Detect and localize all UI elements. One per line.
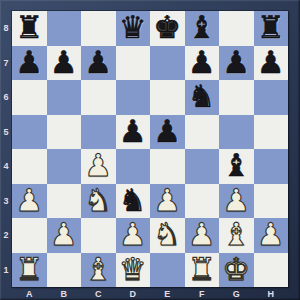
square-h8[interactable]: ♜: [254, 11, 289, 46]
piece-white-rook-f1[interactable]: ♜: [188, 253, 216, 287]
rank-label-1: 1: [0, 253, 12, 288]
square-h5[interactable]: [254, 115, 289, 150]
square-f6[interactable]: ♞: [185, 80, 220, 115]
piece-white-knight-c3[interactable]: ♞: [84, 184, 112, 218]
square-b8[interactable]: [47, 11, 82, 46]
square-a3[interactable]: ♟: [12, 184, 47, 219]
square-d7[interactable]: [116, 46, 151, 81]
square-h6[interactable]: [254, 80, 289, 115]
file-label-c: C: [81, 287, 116, 300]
piece-white-pawn-h2[interactable]: ♟: [257, 218, 285, 252]
square-c6[interactable]: [81, 80, 116, 115]
square-c4[interactable]: ♟: [81, 149, 116, 184]
square-g5[interactable]: [219, 115, 254, 150]
piece-black-pawn-g7[interactable]: ♟: [222, 46, 250, 80]
square-f2[interactable]: ♟: [185, 218, 220, 253]
square-g3[interactable]: ♟: [219, 184, 254, 219]
piece-black-pawn-h7[interactable]: ♟: [257, 46, 285, 80]
square-h1[interactable]: [254, 253, 289, 288]
piece-black-pawn-d5[interactable]: ♟: [119, 115, 147, 149]
square-f8[interactable]: ♝: [185, 11, 220, 46]
square-b6[interactable]: [47, 80, 82, 115]
square-c1[interactable]: ♝: [81, 253, 116, 288]
file-label-f: F: [185, 287, 220, 300]
file-label-a: A: [12, 287, 47, 300]
piece-white-knight-e2[interactable]: ♞: [153, 218, 181, 252]
piece-white-queen-d1[interactable]: ♛: [119, 253, 147, 287]
square-e5[interactable]: ♟: [150, 115, 185, 150]
piece-white-pawn-g3[interactable]: ♟: [222, 184, 250, 218]
square-c8[interactable]: [81, 11, 116, 46]
rank-label-2: 2: [0, 218, 12, 253]
file-label-d: D: [116, 287, 151, 300]
piece-black-bishop-f8[interactable]: ♝: [188, 11, 216, 45]
square-f3[interactable]: [185, 184, 220, 219]
rank-label-7: 7: [0, 46, 12, 81]
square-a7[interactable]: ♟: [12, 46, 47, 81]
square-c7[interactable]: ♟: [81, 46, 116, 81]
square-e6[interactable]: [150, 80, 185, 115]
square-b3[interactable]: [47, 184, 82, 219]
chess-board[interactable]: ♜♛♚♝♜♟♟♟♟♟♟♞♟♟♟♝♟♞♞♟♟♟♟♞♟♝♟♜♝♛♜♚: [12, 11, 288, 287]
piece-black-king-e8[interactable]: ♚: [153, 11, 181, 45]
square-f4[interactable]: [185, 149, 220, 184]
square-c3[interactable]: ♞: [81, 184, 116, 219]
square-d1[interactable]: ♛: [116, 253, 151, 288]
piece-white-king-g1[interactable]: ♚: [222, 253, 250, 287]
piece-black-pawn-a7[interactable]: ♟: [15, 46, 43, 80]
piece-black-knight-f6[interactable]: ♞: [188, 80, 216, 114]
piece-white-bishop-g2[interactable]: ♝: [222, 218, 250, 252]
square-h4[interactable]: [254, 149, 289, 184]
square-d2[interactable]: ♟: [116, 218, 151, 253]
square-d5[interactable]: ♟: [116, 115, 151, 150]
square-g2[interactable]: ♝: [219, 218, 254, 253]
piece-white-pawn-c4[interactable]: ♟: [84, 149, 112, 183]
square-d6[interactable]: [116, 80, 151, 115]
piece-white-bishop-c1[interactable]: ♝: [84, 253, 112, 287]
square-e7[interactable]: [150, 46, 185, 81]
rank-label-6: 6: [0, 80, 12, 115]
square-b1[interactable]: [47, 253, 82, 288]
square-e1[interactable]: [150, 253, 185, 288]
square-g4[interactable]: ♝: [219, 149, 254, 184]
square-e4[interactable]: [150, 149, 185, 184]
file-label-b: B: [47, 287, 82, 300]
square-b2[interactable]: ♟: [47, 218, 82, 253]
rank-label-3: 3: [0, 184, 12, 219]
square-b4[interactable]: [47, 149, 82, 184]
square-f1[interactable]: ♜: [185, 253, 220, 288]
square-f7[interactable]: ♟: [185, 46, 220, 81]
square-e2[interactable]: ♞: [150, 218, 185, 253]
square-b5[interactable]: [47, 115, 82, 150]
square-b7[interactable]: ♟: [47, 46, 82, 81]
piece-white-rook-a1[interactable]: ♜: [15, 253, 43, 287]
piece-black-rook-h8[interactable]: ♜: [257, 11, 285, 45]
piece-white-pawn-d2[interactable]: ♟: [119, 218, 147, 252]
rank-label-8: 8: [0, 11, 12, 46]
rank-labels: 87654321: [0, 11, 12, 287]
square-g6[interactable]: [219, 80, 254, 115]
piece-black-pawn-c7[interactable]: ♟: [84, 46, 112, 80]
piece-black-pawn-e5[interactable]: ♟: [153, 115, 181, 149]
square-h3[interactable]: [254, 184, 289, 219]
square-a4[interactable]: [12, 149, 47, 184]
piece-white-pawn-a3[interactable]: ♟: [15, 184, 43, 218]
square-f5[interactable]: [185, 115, 220, 150]
piece-black-rook-a8[interactable]: ♜: [15, 11, 43, 45]
piece-black-bishop-g4[interactable]: ♝: [222, 149, 250, 183]
piece-white-pawn-f2[interactable]: ♟: [188, 218, 216, 252]
square-a8[interactable]: ♜: [12, 11, 47, 46]
chess-diagram: 87654321 ABCDEFGH ♜♛♚♝♜♟♟♟♟♟♟♞♟♟♟♝♟♞♞♟♟♟…: [0, 0, 300, 300]
piece-black-queen-d8[interactable]: ♛: [119, 11, 147, 45]
square-g1[interactable]: ♚: [219, 253, 254, 288]
square-d8[interactable]: ♛: [116, 11, 151, 46]
square-a5[interactable]: [12, 115, 47, 150]
square-a2[interactable]: [12, 218, 47, 253]
square-d4[interactable]: [116, 149, 151, 184]
square-g7[interactable]: ♟: [219, 46, 254, 81]
file-label-h: H: [254, 287, 289, 300]
file-labels: ABCDEFGH: [12, 287, 288, 300]
square-h2[interactable]: ♟: [254, 218, 289, 253]
piece-black-knight-d3[interactable]: ♞: [119, 184, 147, 218]
square-g8[interactable]: [219, 11, 254, 46]
square-h7[interactable]: ♟: [254, 46, 289, 81]
square-a6[interactable]: [12, 80, 47, 115]
piece-black-pawn-b7[interactable]: ♟: [50, 46, 78, 80]
rank-label-5: 5: [0, 115, 12, 150]
piece-white-pawn-b2[interactable]: ♟: [50, 218, 78, 252]
square-c5[interactable]: [81, 115, 116, 150]
piece-black-pawn-f7[interactable]: ♟: [188, 46, 216, 80]
piece-white-pawn-e3[interactable]: ♟: [153, 184, 181, 218]
square-c2[interactable]: [81, 218, 116, 253]
square-d3[interactable]: ♞: [116, 184, 151, 219]
square-e8[interactable]: ♚: [150, 11, 185, 46]
rank-label-4: 4: [0, 149, 12, 184]
square-a1[interactable]: ♜: [12, 253, 47, 288]
file-label-g: G: [219, 287, 254, 300]
square-e3[interactable]: ♟: [150, 184, 185, 219]
file-label-e: E: [150, 287, 185, 300]
